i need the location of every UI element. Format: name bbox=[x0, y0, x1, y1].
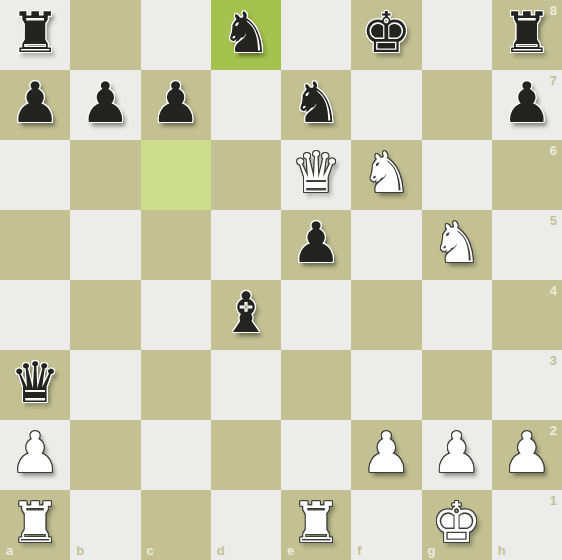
square-g4[interactable] bbox=[422, 280, 492, 350]
square-e4[interactable] bbox=[281, 280, 351, 350]
square-c4[interactable] bbox=[141, 280, 211, 350]
square-h4[interactable]: 4 bbox=[492, 280, 562, 350]
chess-board: ♜♞♚♜8♟♟♟♞♟7♛♞6♟♞5♝4♛3♟♟♟♟2♜abcd♜ef♚g1h bbox=[0, 0, 562, 560]
square-b2[interactable] bbox=[70, 420, 140, 490]
square-f6[interactable]: ♞ bbox=[351, 140, 421, 210]
square-a7[interactable]: ♟ bbox=[0, 70, 70, 140]
square-g5[interactable]: ♞ bbox=[422, 210, 492, 280]
square-f8[interactable]: ♚ bbox=[351, 0, 421, 70]
square-f5[interactable] bbox=[351, 210, 421, 280]
square-h6[interactable]: 6 bbox=[492, 140, 562, 210]
square-e5[interactable]: ♟ bbox=[281, 210, 351, 280]
square-d2[interactable] bbox=[211, 420, 281, 490]
piece-black-pawn-b7[interactable]: ♟ bbox=[80, 75, 130, 131]
coord-rank-5: 5 bbox=[550, 214, 557, 227]
coord-file-h: h bbox=[498, 544, 506, 557]
coord-file-d: d bbox=[217, 544, 225, 557]
square-a1[interactable]: ♜a bbox=[0, 490, 70, 560]
square-e6[interactable]: ♛ bbox=[281, 140, 351, 210]
square-d5[interactable] bbox=[211, 210, 281, 280]
square-a6[interactable] bbox=[0, 140, 70, 210]
square-e8[interactable] bbox=[281, 0, 351, 70]
square-b4[interactable] bbox=[70, 280, 140, 350]
piece-white-rook-e1[interactable]: ♜ bbox=[291, 495, 341, 551]
piece-black-knight-d8[interactable]: ♞ bbox=[221, 5, 271, 61]
square-a3[interactable]: ♛ bbox=[0, 350, 70, 420]
chess-board-container: ♜♞♚♜8♟♟♟♞♟7♛♞6♟♞5♝4♛3♟♟♟♟2♜abcd♜ef♚g1h bbox=[0, 0, 562, 560]
square-b3[interactable] bbox=[70, 350, 140, 420]
piece-white-pawn-f2[interactable]: ♟ bbox=[361, 425, 411, 481]
piece-black-king-f8[interactable]: ♚ bbox=[361, 5, 411, 61]
square-c3[interactable] bbox=[141, 350, 211, 420]
coord-rank-3: 3 bbox=[550, 354, 557, 367]
piece-black-rook-a8[interactable]: ♜ bbox=[10, 5, 60, 61]
square-g1[interactable]: ♚g bbox=[422, 490, 492, 560]
square-c7[interactable]: ♟ bbox=[141, 70, 211, 140]
piece-black-pawn-a7[interactable]: ♟ bbox=[10, 75, 60, 131]
square-c2[interactable] bbox=[141, 420, 211, 490]
piece-black-bishop-d4[interactable]: ♝ bbox=[221, 285, 271, 341]
square-g8[interactable] bbox=[422, 0, 492, 70]
square-g3[interactable] bbox=[422, 350, 492, 420]
piece-black-knight-e7[interactable]: ♞ bbox=[291, 75, 341, 131]
square-c8[interactable] bbox=[141, 0, 211, 70]
square-b8[interactable] bbox=[70, 0, 140, 70]
square-c1[interactable]: c bbox=[141, 490, 211, 560]
square-h3[interactable]: 3 bbox=[492, 350, 562, 420]
square-g7[interactable] bbox=[422, 70, 492, 140]
square-a8[interactable]: ♜ bbox=[0, 0, 70, 70]
square-h7[interactable]: ♟7 bbox=[492, 70, 562, 140]
piece-white-pawn-a2[interactable]: ♟ bbox=[10, 425, 60, 481]
square-e3[interactable] bbox=[281, 350, 351, 420]
square-e7[interactable]: ♞ bbox=[281, 70, 351, 140]
piece-black-queen-a3[interactable]: ♛ bbox=[10, 355, 60, 411]
square-a2[interactable]: ♟ bbox=[0, 420, 70, 490]
square-f7[interactable] bbox=[351, 70, 421, 140]
square-d4[interactable]: ♝ bbox=[211, 280, 281, 350]
piece-black-rook-h8[interactable]: ♜ bbox=[502, 5, 552, 61]
square-f1[interactable]: f bbox=[351, 490, 421, 560]
piece-white-pawn-h2[interactable]: ♟ bbox=[502, 425, 552, 481]
square-b1[interactable]: b bbox=[70, 490, 140, 560]
piece-white-king-g1[interactable]: ♚ bbox=[432, 495, 482, 551]
square-a4[interactable] bbox=[0, 280, 70, 350]
square-c6[interactable] bbox=[141, 140, 211, 210]
square-g6[interactable] bbox=[422, 140, 492, 210]
square-d1[interactable]: d bbox=[211, 490, 281, 560]
piece-black-pawn-e5[interactable]: ♟ bbox=[291, 215, 341, 271]
coord-rank-1: 1 bbox=[550, 494, 557, 507]
coord-file-f: f bbox=[357, 544, 361, 557]
piece-black-pawn-c7[interactable]: ♟ bbox=[151, 75, 201, 131]
piece-white-knight-g5[interactable]: ♞ bbox=[432, 215, 482, 271]
square-c5[interactable] bbox=[141, 210, 211, 280]
piece-white-pawn-g2[interactable]: ♟ bbox=[432, 425, 482, 481]
piece-white-rook-a1[interactable]: ♜ bbox=[10, 495, 60, 551]
square-e2[interactable] bbox=[281, 420, 351, 490]
square-b5[interactable] bbox=[70, 210, 140, 280]
square-b6[interactable] bbox=[70, 140, 140, 210]
square-d7[interactable] bbox=[211, 70, 281, 140]
coord-file-b: b bbox=[76, 544, 84, 557]
coord-rank-6: 6 bbox=[550, 144, 557, 157]
coord-rank-4: 4 bbox=[550, 284, 557, 297]
square-d3[interactable] bbox=[211, 350, 281, 420]
piece-black-pawn-h7[interactable]: ♟ bbox=[502, 75, 552, 131]
square-a5[interactable] bbox=[0, 210, 70, 280]
square-h2[interactable]: ♟2 bbox=[492, 420, 562, 490]
square-d8[interactable]: ♞ bbox=[211, 0, 281, 70]
square-g2[interactable]: ♟ bbox=[422, 420, 492, 490]
square-e1[interactable]: ♜e bbox=[281, 490, 351, 560]
piece-white-queen-e6[interactable]: ♛ bbox=[291, 145, 341, 201]
square-f2[interactable]: ♟ bbox=[351, 420, 421, 490]
square-b7[interactable]: ♟ bbox=[70, 70, 140, 140]
square-h8[interactable]: ♜8 bbox=[492, 0, 562, 70]
square-f4[interactable] bbox=[351, 280, 421, 350]
coord-file-c: c bbox=[147, 544, 154, 557]
piece-white-knight-f6[interactable]: ♞ bbox=[361, 145, 411, 201]
square-h1[interactable]: 1h bbox=[492, 490, 562, 560]
square-f3[interactable] bbox=[351, 350, 421, 420]
square-d6[interactable] bbox=[211, 140, 281, 210]
square-h5[interactable]: 5 bbox=[492, 210, 562, 280]
